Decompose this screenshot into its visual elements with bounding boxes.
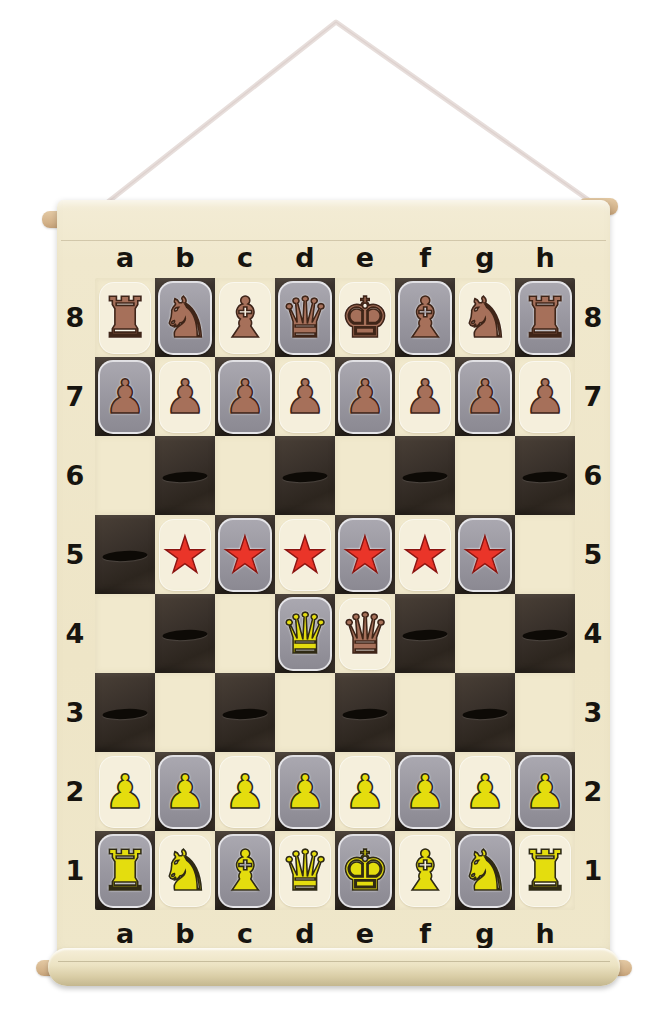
black-queen-d8[interactable]: ♛	[280, 290, 330, 346]
file-label-top-h: h	[515, 240, 575, 274]
pocket-slit	[462, 708, 507, 720]
square-a1[interactable]: ♜	[95, 831, 155, 910]
square-g6[interactable]	[455, 436, 515, 515]
square-h2[interactable]: ♟	[515, 752, 575, 831]
square-c5[interactable]: ★	[215, 515, 275, 594]
square-h3[interactable]	[515, 673, 575, 752]
white-queen-d1[interactable]: ♛	[280, 843, 330, 899]
file-labels-bottom: abcdefgh	[95, 916, 575, 950]
file-label-top-f: f	[395, 240, 455, 274]
square-d8[interactable]: ♛	[275, 278, 335, 357]
square-d1[interactable]: ♛	[275, 831, 335, 910]
square-h4[interactable]	[515, 594, 575, 673]
square-d4[interactable]: ♛	[275, 594, 335, 673]
square-d3[interactable]	[275, 673, 335, 752]
square-a2[interactable]: ♟	[95, 752, 155, 831]
file-label-top-c: c	[215, 240, 275, 274]
white-pawn-c2[interactable]: ♟	[224, 768, 266, 815]
file-label-top-a: a	[95, 240, 155, 274]
black-pawn-d7[interactable]: ♟	[284, 373, 326, 420]
rank-label-right-5: 5	[575, 515, 611, 594]
square-a8[interactable]: ♜	[95, 278, 155, 357]
black-queen-e4[interactable]: ♛	[340, 606, 390, 662]
black-knight-b8[interactable]: ♞	[160, 290, 210, 346]
square-f2[interactable]: ♟	[395, 752, 455, 831]
white-pawn-h2[interactable]: ♟	[524, 768, 566, 815]
square-c4[interactable]	[215, 594, 275, 673]
square-f4[interactable]	[395, 594, 455, 673]
square-a4[interactable]	[95, 594, 155, 673]
white-knight-g1[interactable]: ♞	[460, 843, 510, 899]
square-b1[interactable]: ♞	[155, 831, 215, 910]
file-label-top-g: g	[455, 240, 515, 274]
rank-label-right-8: 8	[575, 278, 611, 357]
star-marker-b5[interactable]: ★	[163, 530, 208, 580]
rank-label-left-8: 8	[57, 278, 93, 357]
square-e8[interactable]: ♚	[335, 278, 395, 357]
pocket-slit	[102, 708, 147, 720]
white-queen-d4[interactable]: ♛	[280, 606, 330, 662]
white-king-e1[interactable]: ♚	[340, 843, 390, 899]
square-c3[interactable]	[215, 673, 275, 752]
square-f7[interactable]: ♟	[395, 357, 455, 436]
square-a7[interactable]: ♟	[95, 357, 155, 436]
black-pawn-c7[interactable]: ♟	[224, 373, 266, 420]
square-h5[interactable]	[515, 515, 575, 594]
white-pawn-d2[interactable]: ♟	[284, 768, 326, 815]
pocket-slit	[402, 629, 447, 641]
square-c7[interactable]: ♟	[215, 357, 275, 436]
black-bishop-f8[interactable]: ♝	[400, 290, 450, 346]
square-g1[interactable]: ♞	[455, 831, 515, 910]
square-c8[interactable]: ♝	[215, 278, 275, 357]
pocket-slit	[282, 471, 327, 483]
square-e4[interactable]: ♛	[335, 594, 395, 673]
banner: abcdefgh 87654321 ♜♞♝♛♚♝♞♜♟♟♟♟♟♟♟♟★★★★★★…	[57, 200, 610, 965]
star-marker-d5[interactable]: ★	[283, 530, 328, 580]
square-e3[interactable]	[335, 673, 395, 752]
pocket-slit	[102, 550, 147, 562]
file-label-top-d: d	[275, 240, 335, 274]
square-b3[interactable]	[155, 673, 215, 752]
star-marker-e5[interactable]: ★	[343, 530, 388, 580]
rank-labels-left: 87654321	[57, 278, 93, 910]
black-pawn-f7[interactable]: ♟	[404, 373, 446, 420]
square-e6[interactable]	[335, 436, 395, 515]
black-pawn-g7[interactable]: ♟	[464, 373, 506, 420]
square-c2[interactable]: ♟	[215, 752, 275, 831]
white-pawn-b2[interactable]: ♟	[164, 768, 206, 815]
square-h8[interactable]: ♜	[515, 278, 575, 357]
file-label-bottom-h: h	[515, 916, 575, 950]
rank-labels-right: 87654321	[575, 278, 611, 910]
rank-label-right-7: 7	[575, 357, 611, 436]
square-f6[interactable]	[395, 436, 455, 515]
file-label-top-b: b	[155, 240, 215, 274]
file-label-top-e: e	[335, 240, 395, 274]
square-d5[interactable]: ★	[275, 515, 335, 594]
pocket-slit	[402, 471, 447, 483]
black-pawn-h7[interactable]: ♟	[524, 373, 566, 420]
black-rook-a8[interactable]: ♜	[100, 290, 150, 346]
square-d7[interactable]: ♟	[275, 357, 335, 436]
white-bishop-f1[interactable]: ♝	[400, 843, 450, 899]
square-c1[interactable]: ♝	[215, 831, 275, 910]
square-b6[interactable]	[155, 436, 215, 515]
white-pawn-e2[interactable]: ♟	[344, 768, 386, 815]
square-e2[interactable]: ♟	[335, 752, 395, 831]
square-a5[interactable]	[95, 515, 155, 594]
square-b2[interactable]: ♟	[155, 752, 215, 831]
rank-label-right-6: 6	[575, 436, 611, 515]
black-king-e8[interactable]: ♚	[340, 290, 390, 346]
square-e7[interactable]: ♟	[335, 357, 395, 436]
rank-label-right-1: 1	[575, 831, 611, 910]
white-pawn-f2[interactable]: ♟	[404, 768, 446, 815]
file-labels-top: abcdefgh	[95, 240, 575, 274]
chessboard: ♜♞♝♛♚♝♞♜♟♟♟♟♟♟♟♟★★★★★★♛♛♟♟♟♟♟♟♟♟♜♞♝♛♚♝♞♜	[95, 278, 575, 910]
square-g7[interactable]: ♟	[455, 357, 515, 436]
rank-label-left-2: 2	[57, 752, 93, 831]
square-e5[interactable]: ★	[335, 515, 395, 594]
square-f5[interactable]: ★	[395, 515, 455, 594]
square-h7[interactable]: ♟	[515, 357, 575, 436]
square-g4[interactable]	[455, 594, 515, 673]
file-label-bottom-f: f	[395, 916, 455, 950]
square-g5[interactable]: ★	[455, 515, 515, 594]
square-c6[interactable]	[215, 436, 275, 515]
square-b5[interactable]: ★	[155, 515, 215, 594]
file-label-bottom-d: d	[275, 916, 335, 950]
square-d2[interactable]: ♟	[275, 752, 335, 831]
black-pawn-e7[interactable]: ♟	[344, 373, 386, 420]
rank-label-right-4: 4	[575, 594, 611, 673]
rank-label-right-2: 2	[575, 752, 611, 831]
bottom-roll	[48, 948, 620, 986]
file-label-bottom-c: c	[215, 916, 275, 950]
white-bishop-c1[interactable]: ♝	[220, 843, 270, 899]
file-label-bottom-e: e	[335, 916, 395, 950]
rank-label-left-7: 7	[57, 357, 93, 436]
white-rook-h1[interactable]: ♜	[520, 843, 570, 899]
square-h6[interactable]	[515, 436, 575, 515]
square-a6[interactable]	[95, 436, 155, 515]
star-marker-c5[interactable]: ★	[223, 530, 268, 580]
star-marker-g5[interactable]: ★	[463, 530, 508, 580]
file-label-bottom-g: g	[455, 916, 515, 950]
pocket-slit	[522, 629, 567, 641]
square-g3[interactable]	[455, 673, 515, 752]
rank-label-right-3: 3	[575, 673, 611, 752]
rank-label-left-5: 5	[57, 515, 93, 594]
square-f1[interactable]: ♝	[395, 831, 455, 910]
square-a3[interactable]	[95, 673, 155, 752]
square-f8[interactable]: ♝	[395, 278, 455, 357]
square-f3[interactable]	[395, 673, 455, 752]
square-g8[interactable]: ♞	[455, 278, 515, 357]
white-rook-a1[interactable]: ♜	[100, 843, 150, 899]
square-e1[interactable]: ♚	[335, 831, 395, 910]
photo-stage: abcdefgh 87654321 ♜♞♝♛♚♝♞♜♟♟♟♟♟♟♟♟★★★★★★…	[0, 0, 667, 1024]
pocket-slit	[222, 708, 267, 720]
rank-label-left-6: 6	[57, 436, 93, 515]
square-d6[interactable]	[275, 436, 335, 515]
white-knight-b1[interactable]: ♞	[160, 843, 210, 899]
pocket-slit	[522, 471, 567, 483]
black-pawn-a7[interactable]: ♟	[104, 373, 146, 420]
black-pawn-b7[interactable]: ♟	[164, 373, 206, 420]
white-pawn-g2[interactable]: ♟	[464, 768, 506, 815]
rank-label-left-3: 3	[57, 673, 93, 752]
white-pawn-a2[interactable]: ♟	[104, 768, 146, 815]
black-knight-g8[interactable]: ♞	[460, 290, 510, 346]
bottom-roll-seam	[58, 961, 610, 962]
file-label-bottom-b: b	[155, 916, 215, 950]
rank-label-left-1: 1	[57, 831, 93, 910]
pocket-slit	[162, 471, 207, 483]
pocket-slit	[162, 629, 207, 641]
black-bishop-c8[interactable]: ♝	[220, 290, 270, 346]
square-b4[interactable]	[155, 594, 215, 673]
square-b8[interactable]: ♞	[155, 278, 215, 357]
square-g2[interactable]: ♟	[455, 752, 515, 831]
square-h1[interactable]: ♜	[515, 831, 575, 910]
pocket-slit	[342, 708, 387, 720]
rank-label-left-4: 4	[57, 594, 93, 673]
star-marker-f5[interactable]: ★	[403, 530, 448, 580]
square-b7[interactable]: ♟	[155, 357, 215, 436]
file-label-bottom-a: a	[95, 916, 155, 950]
black-rook-h8[interactable]: ♜	[520, 290, 570, 346]
